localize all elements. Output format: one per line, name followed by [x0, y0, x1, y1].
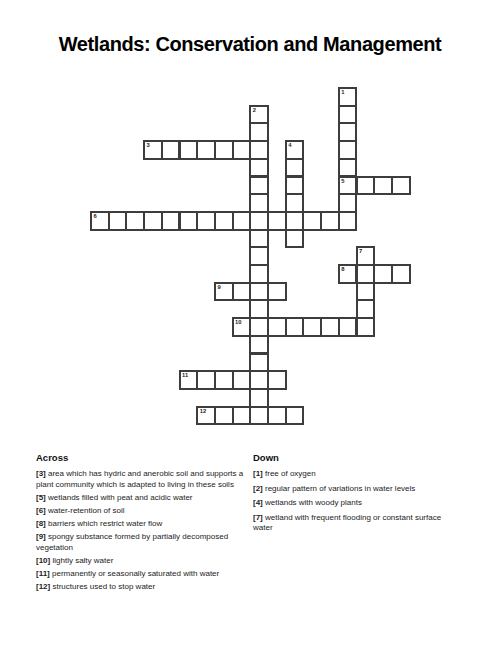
clue-item: [9] spongy substance formed by partially…: [36, 532, 249, 553]
clue-label: [9]: [36, 532, 46, 541]
down-clue-list: [1] free of oxygen[2] regular pattern of…: [253, 469, 460, 534]
across-header: Across: [36, 452, 249, 463]
clue-label: [6]: [36, 506, 46, 515]
grid-cell[interactable]: [285, 406, 305, 426]
clue-number: 6: [94, 213, 97, 220]
clue-number: 5: [341, 178, 344, 185]
clue-number: 7: [359, 248, 362, 255]
across-clues-section: Across [3] area which has hydric and ane…: [36, 452, 249, 595]
clue-number: 12: [200, 408, 206, 415]
down-clues-section: Down [1] free of oxygen[2] regular patte…: [253, 452, 460, 538]
clue-number: 11: [182, 372, 188, 379]
clue-item: [8] barriers which restrict water flow: [36, 519, 249, 530]
clue-item: [5] wetlands filled with peat and acidic…: [36, 493, 249, 504]
clue-label: [4]: [253, 498, 263, 507]
grid-cell[interactable]: [267, 370, 287, 390]
clue-number: 1: [341, 89, 344, 96]
clue-item: [11] permanently or seasonally saturated…: [36, 569, 249, 580]
clue-label: [12]: [36, 582, 50, 591]
clue-number: 3: [147, 142, 150, 149]
clue-label: [7]: [253, 513, 263, 522]
clue-item: [6] water-retention of soil: [36, 506, 249, 517]
grid-cell[interactable]: [356, 317, 376, 337]
clue-item: [3] area which has hydric and anerobic s…: [36, 469, 249, 490]
clue-label: [2]: [253, 484, 263, 493]
grid-cell[interactable]: [391, 264, 411, 284]
clue-item: [7] wetland with frequent flooding or co…: [253, 513, 460, 534]
clue-item: [2] regular pattern of variations in wat…: [253, 484, 460, 495]
across-clue-list: [3] area which has hydric and anerobic s…: [36, 469, 249, 592]
puzzle-title: Wetlands: Conservation and Management: [0, 33, 500, 56]
clue-label: [1]: [253, 469, 263, 478]
crossword-grid: 123456789101112: [90, 87, 411, 425]
clue-label: [8]: [36, 519, 46, 528]
clue-label: [11]: [36, 569, 50, 578]
clue-item: [4] wetlands with woody plants: [253, 498, 460, 509]
grid-cell[interactable]: [285, 229, 305, 249]
clue-number: 10: [235, 319, 241, 326]
clue-item: [12] structures used to stop water: [36, 582, 249, 593]
clue-item: [10] lightly salty water: [36, 556, 249, 567]
clue-number: 2: [253, 107, 256, 114]
grid-cell[interactable]: [391, 176, 411, 196]
clue-number: 9: [217, 284, 220, 291]
clue-number: 4: [288, 142, 291, 149]
grid-cell[interactable]: [338, 211, 358, 231]
clue-item: [1] free of oxygen: [253, 469, 460, 480]
clue-label: [5]: [36, 493, 46, 502]
grid-cell[interactable]: [267, 282, 287, 302]
clue-label: [3]: [36, 469, 46, 478]
down-header: Down: [253, 452, 460, 463]
clue-number: 8: [341, 266, 344, 273]
clue-label: [10]: [36, 556, 50, 565]
